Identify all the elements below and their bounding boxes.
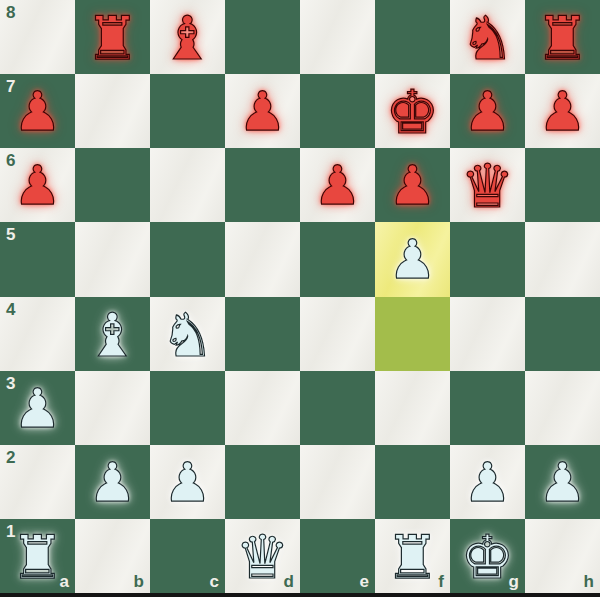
- square-c7[interactable]: [150, 74, 225, 148]
- square-e2[interactable]: [300, 445, 375, 519]
- square-d5[interactable]: [225, 222, 300, 296]
- square-h5[interactable]: [525, 222, 600, 296]
- square-d7[interactable]: ♟: [225, 74, 300, 148]
- piece-white-pawn-g2[interactable]: ♟: [450, 445, 525, 519]
- square-d2[interactable]: [225, 445, 300, 519]
- square-c2[interactable]: ♟: [150, 445, 225, 519]
- piece-red-king-f7[interactable]: ♚: [375, 74, 450, 148]
- file-label-h: h: [584, 573, 594, 590]
- square-d6[interactable]: [225, 148, 300, 222]
- square-c3[interactable]: [150, 371, 225, 445]
- rank-label-2: 2: [6, 449, 15, 466]
- piece-white-king-g1[interactable]: ♚: [450, 519, 525, 593]
- square-c8[interactable]: ♝: [150, 0, 225, 74]
- square-b4[interactable]: ♝: [75, 297, 150, 371]
- square-a6[interactable]: 6♟: [0, 148, 75, 222]
- piece-red-pawn-h7[interactable]: ♟: [525, 74, 600, 148]
- square-f2[interactable]: [375, 445, 450, 519]
- square-g4[interactable]: [450, 297, 525, 371]
- square-a1[interactable]: 1a♜: [0, 519, 75, 593]
- chess-board: 8♜♝♞♜7♟♟♚♟♟6♟♟♟♛5♟4♝♞3♟2♟♟♟♟1a♜bcd♛ef♜g♚…: [0, 0, 600, 593]
- piece-red-queen-g6[interactable]: ♛: [450, 148, 525, 222]
- square-e5[interactable]: [300, 222, 375, 296]
- square-g6[interactable]: ♛: [450, 148, 525, 222]
- square-b7[interactable]: [75, 74, 150, 148]
- square-f3[interactable]: [375, 371, 450, 445]
- piece-white-rook-a1[interactable]: ♜: [0, 519, 75, 593]
- piece-white-pawn-c2[interactable]: ♟: [150, 445, 225, 519]
- square-a2[interactable]: 2: [0, 445, 75, 519]
- square-f5[interactable]: ♟: [375, 222, 450, 296]
- square-h1[interactable]: h: [525, 519, 600, 593]
- square-b2[interactable]: ♟: [75, 445, 150, 519]
- square-d8[interactable]: [225, 0, 300, 74]
- piece-white-bishop-b4[interactable]: ♝: [75, 297, 150, 371]
- square-a7[interactable]: 7♟: [0, 74, 75, 148]
- square-a5[interactable]: 5: [0, 222, 75, 296]
- square-e4[interactable]: [300, 297, 375, 371]
- piece-red-pawn-a7[interactable]: ♟: [0, 74, 75, 148]
- square-e7[interactable]: [300, 74, 375, 148]
- square-c4[interactable]: ♞: [150, 297, 225, 371]
- rank-label-8: 8: [6, 4, 15, 21]
- piece-red-pawn-e6[interactable]: ♟: [300, 148, 375, 222]
- square-e8[interactable]: [300, 0, 375, 74]
- piece-white-rook-f1[interactable]: ♜: [375, 519, 450, 593]
- square-b3[interactable]: [75, 371, 150, 445]
- square-c5[interactable]: [150, 222, 225, 296]
- square-b5[interactable]: [75, 222, 150, 296]
- piece-red-rook-b8[interactable]: ♜: [75, 0, 150, 74]
- square-e1[interactable]: e: [300, 519, 375, 593]
- piece-red-pawn-f6[interactable]: ♟: [375, 148, 450, 222]
- piece-white-knight-c4[interactable]: ♞: [150, 297, 225, 371]
- square-h2[interactable]: ♟: [525, 445, 600, 519]
- square-a4[interactable]: 4: [0, 297, 75, 371]
- piece-red-pawn-g7[interactable]: ♟: [450, 74, 525, 148]
- square-g7[interactable]: ♟: [450, 74, 525, 148]
- file-label-b: b: [134, 573, 144, 590]
- piece-red-bishop-c8[interactable]: ♝: [150, 0, 225, 74]
- square-g3[interactable]: [450, 371, 525, 445]
- board-bottom-edge: [0, 593, 600, 597]
- rank-label-5: 5: [6, 226, 15, 243]
- square-g1[interactable]: g♚: [450, 519, 525, 593]
- square-g2[interactable]: ♟: [450, 445, 525, 519]
- piece-red-knight-g8[interactable]: ♞: [450, 0, 525, 74]
- piece-white-pawn-f5[interactable]: ♟: [375, 222, 450, 296]
- square-a8[interactable]: 8: [0, 0, 75, 74]
- square-h4[interactable]: [525, 297, 600, 371]
- square-a3[interactable]: 3♟: [0, 371, 75, 445]
- square-c1[interactable]: c: [150, 519, 225, 593]
- piece-red-rook-h8[interactable]: ♜: [525, 0, 600, 74]
- square-b8[interactable]: ♜: [75, 0, 150, 74]
- piece-white-pawn-h2[interactable]: ♟: [525, 445, 600, 519]
- piece-white-pawn-b2[interactable]: ♟: [75, 445, 150, 519]
- square-d4[interactable]: [225, 297, 300, 371]
- square-e3[interactable]: [300, 371, 375, 445]
- chessboard-app: 8♜♝♞♜7♟♟♚♟♟6♟♟♟♛5♟4♝♞3♟2♟♟♟♟1a♜bcd♛ef♜g♚…: [0, 0, 600, 597]
- square-h7[interactable]: ♟: [525, 74, 600, 148]
- piece-white-pawn-a3[interactable]: ♟: [0, 371, 75, 445]
- piece-white-queen-d1[interactable]: ♛: [225, 519, 300, 593]
- square-f4[interactable]: [375, 297, 450, 371]
- piece-red-pawn-d7[interactable]: ♟: [225, 74, 300, 148]
- piece-red-pawn-a6[interactable]: ♟: [0, 148, 75, 222]
- square-e6[interactable]: ♟: [300, 148, 375, 222]
- square-g5[interactable]: [450, 222, 525, 296]
- square-f8[interactable]: [375, 0, 450, 74]
- square-d1[interactable]: d♛: [225, 519, 300, 593]
- file-label-e: e: [360, 573, 369, 590]
- square-b1[interactable]: b: [75, 519, 150, 593]
- file-label-c: c: [210, 573, 219, 590]
- rank-label-4: 4: [6, 301, 15, 318]
- square-f6[interactable]: ♟: [375, 148, 450, 222]
- square-h3[interactable]: [525, 371, 600, 445]
- square-h8[interactable]: ♜: [525, 0, 600, 74]
- square-h6[interactable]: [525, 148, 600, 222]
- square-b6[interactable]: [75, 148, 150, 222]
- square-c6[interactable]: [150, 148, 225, 222]
- square-g8[interactable]: ♞: [450, 0, 525, 74]
- square-f1[interactable]: f♜: [375, 519, 450, 593]
- square-d3[interactable]: [225, 371, 300, 445]
- square-f7[interactable]: ♚: [375, 74, 450, 148]
